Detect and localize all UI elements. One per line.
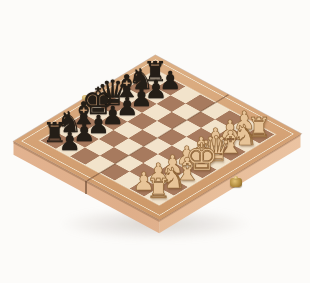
pieces-layer: ♜♞♝♛♚♝♞♜♟♟♟♟♟♟♟♟♟♟♟♟♟♟♟♟♜♞♝♛♚♝♞♜ — [0, 0, 310, 283]
white-rook[interactable]: ♜ — [139, 175, 179, 202]
black-pawn[interactable]: ♟ — [50, 129, 90, 154]
